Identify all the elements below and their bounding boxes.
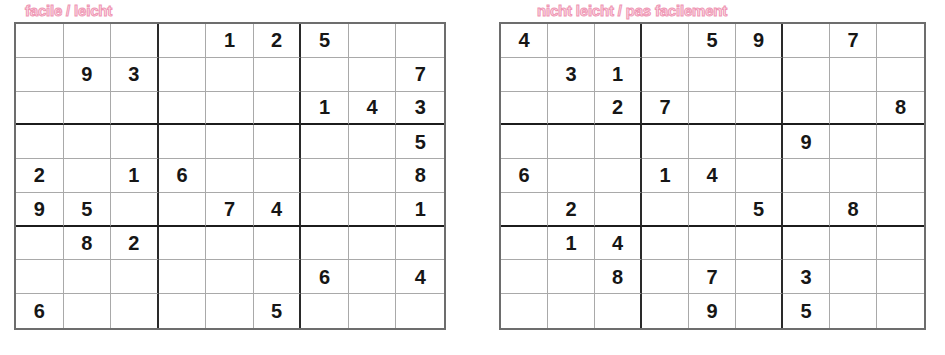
- cell-left-r4c7[interactable]: [301, 125, 349, 159]
- cell-left-r5c5[interactable]: [206, 159, 254, 193]
- puzzle-title-left: facile / leicht: [25, 2, 112, 19]
- cell-right-r8c5[interactable]: 7: [689, 260, 736, 294]
- cell-left-r8c9[interactable]: 4: [396, 260, 444, 294]
- cell-right-r4c2[interactable]: [548, 125, 595, 159]
- cell-right-r1c5[interactable]: 5: [689, 24, 736, 58]
- cell-left-r6c6[interactable]: 4: [254, 193, 302, 227]
- cell-right-r5c3[interactable]: [595, 159, 642, 193]
- cell-left-r4c8[interactable]: [349, 125, 397, 159]
- cell-right-r2c2[interactable]: 3: [548, 58, 595, 92]
- cell-left-r8c2[interactable]: [64, 260, 112, 294]
- cell-left-r1c9[interactable]: [396, 24, 444, 58]
- cell-left-r5c9[interactable]: 8: [396, 159, 444, 193]
- cell-right-r7c1[interactable]: [501, 227, 548, 261]
- cell-right-r5c8[interactable]: [830, 159, 877, 193]
- puzzle-title-right: nicht leicht / pas facilement: [537, 2, 727, 19]
- cell-left-r7c4[interactable]: [159, 227, 207, 261]
- cell-left-r2c8[interactable]: [349, 58, 397, 92]
- cell-left-r9c4[interactable]: [159, 294, 207, 328]
- cell-left-r6c1[interactable]: 9: [16, 193, 64, 227]
- cell-left-r3c3[interactable]: [111, 92, 159, 126]
- cell-left-r9c5[interactable]: [206, 294, 254, 328]
- cell-right-r2c8[interactable]: [830, 58, 877, 92]
- cell-left-r9c3[interactable]: [111, 294, 159, 328]
- cell-right-r4c3[interactable]: [595, 125, 642, 159]
- cell-left-r6c9[interactable]: 1: [396, 193, 444, 227]
- cell-left-r5c6[interactable]: [254, 159, 302, 193]
- cell-right-r9c7[interactable]: 5: [783, 294, 830, 328]
- cell-left-r7c6[interactable]: [254, 227, 302, 261]
- cell-right-r9c5[interactable]: 9: [689, 294, 736, 328]
- cell-right-r7c8[interactable]: [830, 227, 877, 261]
- cell-right-r5c2[interactable]: [548, 159, 595, 193]
- cell-left-r9c9[interactable]: [396, 294, 444, 328]
- cell-right-r7c3[interactable]: 4: [595, 227, 642, 261]
- cell-left-r3c6[interactable]: [254, 92, 302, 126]
- sudoku-grid-left: 1259371435216895741826465: [14, 22, 446, 330]
- cell-right-r3c1[interactable]: [501, 92, 548, 126]
- cell-right-r7c5[interactable]: [689, 227, 736, 261]
- cell-right-r8c6[interactable]: [736, 260, 783, 294]
- cell-right-r3c5[interactable]: [689, 92, 736, 126]
- cell-left-r5c1[interactable]: 2: [16, 159, 64, 193]
- cell-right-r7c4[interactable]: [642, 227, 689, 261]
- cell-right-r7c9[interactable]: [877, 227, 924, 261]
- cell-right-r6c2[interactable]: 2: [548, 193, 595, 227]
- cell-right-r3c6[interactable]: [736, 92, 783, 126]
- cell-left-r2c3[interactable]: 3: [111, 58, 159, 92]
- cell-right-r3c3[interactable]: 2: [595, 92, 642, 126]
- cell-right-r7c6[interactable]: [736, 227, 783, 261]
- cell-right-r6c8[interactable]: 8: [830, 193, 877, 227]
- cell-right-r6c6[interactable]: 5: [736, 193, 783, 227]
- cell-left-r9c1[interactable]: 6: [16, 294, 64, 328]
- cell-right-r2c3[interactable]: 1: [595, 58, 642, 92]
- cell-left-r3c2[interactable]: [64, 92, 112, 126]
- cell-left-r8c3[interactable]: [111, 260, 159, 294]
- cell-left-r1c1[interactable]: [16, 24, 64, 58]
- cell-left-r9c6[interactable]: 5: [254, 294, 302, 328]
- cell-left-r3c5[interactable]: [206, 92, 254, 126]
- cell-left-r5c3[interactable]: 1: [111, 159, 159, 193]
- cell-right-r5c5[interactable]: 4: [689, 159, 736, 193]
- cell-left-r7c5[interactable]: [206, 227, 254, 261]
- cell-right-r5c7[interactable]: [783, 159, 830, 193]
- cell-right-r1c1[interactable]: 4: [501, 24, 548, 58]
- cell-left-r4c3[interactable]: [111, 125, 159, 159]
- cell-left-r1c7[interactable]: 5: [301, 24, 349, 58]
- cell-left-r9c7[interactable]: [301, 294, 349, 328]
- cell-left-r8c1[interactable]: [16, 260, 64, 294]
- cell-right-r4c7[interactable]: 9: [783, 125, 830, 159]
- cell-right-r3c8[interactable]: [830, 92, 877, 126]
- cell-right-r9c1[interactable]: [501, 294, 548, 328]
- cell-left-r5c7[interactable]: [301, 159, 349, 193]
- cell-right-r5c6[interactable]: [736, 159, 783, 193]
- cell-right-r9c8[interactable]: [830, 294, 877, 328]
- cell-left-r9c8[interactable]: [349, 294, 397, 328]
- cell-right-r2c9[interactable]: [877, 58, 924, 92]
- cell-right-r3c4[interactable]: 7: [642, 92, 689, 126]
- cell-right-r7c2[interactable]: 1: [548, 227, 595, 261]
- cell-right-r6c7[interactable]: [783, 193, 830, 227]
- cell-right-r1c9[interactable]: [877, 24, 924, 58]
- cell-left-r6c5[interactable]: 7: [206, 193, 254, 227]
- cell-left-r3c1[interactable]: [16, 92, 64, 126]
- cell-left-r7c2[interactable]: 8: [64, 227, 112, 261]
- cell-left-r8c7[interactable]: 6: [301, 260, 349, 294]
- cell-right-r5c1[interactable]: 6: [501, 159, 548, 193]
- cell-left-r6c2[interactable]: 5: [64, 193, 112, 227]
- cell-right-r6c3[interactable]: [595, 193, 642, 227]
- cell-right-r4c6[interactable]: [736, 125, 783, 159]
- cell-right-r5c9[interactable]: [877, 159, 924, 193]
- cell-left-r2c7[interactable]: [301, 58, 349, 92]
- cell-left-r7c7[interactable]: [301, 227, 349, 261]
- cell-right-r9c9[interactable]: [877, 294, 924, 328]
- cell-left-r5c2[interactable]: [64, 159, 112, 193]
- cell-right-r9c4[interactable]: [642, 294, 689, 328]
- cell-left-r8c8[interactable]: [349, 260, 397, 294]
- cell-right-r6c4[interactable]: [642, 193, 689, 227]
- cell-right-r5c4[interactable]: 1: [642, 159, 689, 193]
- cell-left-r2c5[interactable]: [206, 58, 254, 92]
- cell-right-r1c4[interactable]: [642, 24, 689, 58]
- cell-left-r6c4[interactable]: [159, 193, 207, 227]
- cell-left-r3c9[interactable]: 3: [396, 92, 444, 126]
- cell-right-r8c2[interactable]: [548, 260, 595, 294]
- cell-left-r2c9[interactable]: 7: [396, 58, 444, 92]
- cell-left-r1c4[interactable]: [159, 24, 207, 58]
- cell-left-r1c5[interactable]: 1: [206, 24, 254, 58]
- cell-right-r8c3[interactable]: 8: [595, 260, 642, 294]
- cell-right-r9c3[interactable]: [595, 294, 642, 328]
- cell-right-r8c9[interactable]: [877, 260, 924, 294]
- cell-left-r4c9[interactable]: 5: [396, 125, 444, 159]
- cell-left-r5c4[interactable]: 6: [159, 159, 207, 193]
- cell-left-r6c7[interactable]: [301, 193, 349, 227]
- cell-right-r4c5[interactable]: [689, 125, 736, 159]
- cell-right-r3c7[interactable]: [783, 92, 830, 126]
- cell-right-r1c3[interactable]: [595, 24, 642, 58]
- cell-right-r4c8[interactable]: [830, 125, 877, 159]
- cell-left-r4c2[interactable]: [64, 125, 112, 159]
- cell-left-r7c1[interactable]: [16, 227, 64, 261]
- cell-right-r8c7[interactable]: 3: [783, 260, 830, 294]
- cell-left-r7c8[interactable]: [349, 227, 397, 261]
- cell-left-r3c8[interactable]: 4: [349, 92, 397, 126]
- cell-left-r2c4[interactable]: [159, 58, 207, 92]
- cell-right-r2c5[interactable]: [689, 58, 736, 92]
- cell-left-r9c2[interactable]: [64, 294, 112, 328]
- cell-left-r7c3[interactable]: 2: [111, 227, 159, 261]
- cell-right-r2c4[interactable]: [642, 58, 689, 92]
- cell-left-r6c3[interactable]: [111, 193, 159, 227]
- cell-right-r2c6[interactable]: [736, 58, 783, 92]
- cell-left-r3c4[interactable]: [159, 92, 207, 126]
- cell-right-r1c2[interactable]: [548, 24, 595, 58]
- cell-right-r4c9[interactable]: [877, 125, 924, 159]
- cell-left-r3c7[interactable]: 1: [301, 92, 349, 126]
- cell-left-r2c6[interactable]: [254, 58, 302, 92]
- cell-left-r8c6[interactable]: [254, 260, 302, 294]
- cell-left-r4c4[interactable]: [159, 125, 207, 159]
- cell-right-r6c9[interactable]: [877, 193, 924, 227]
- cell-left-r7c9[interactable]: [396, 227, 444, 261]
- cell-right-r1c6[interactable]: 9: [736, 24, 783, 58]
- cell-left-r6c8[interactable]: [349, 193, 397, 227]
- cell-right-r7c7[interactable]: [783, 227, 830, 261]
- cell-right-r8c4[interactable]: [642, 260, 689, 294]
- cell-right-r2c7[interactable]: [783, 58, 830, 92]
- cell-right-r9c6[interactable]: [736, 294, 783, 328]
- cell-right-r6c5[interactable]: [689, 193, 736, 227]
- cell-right-r8c8[interactable]: [830, 260, 877, 294]
- cell-left-r4c6[interactable]: [254, 125, 302, 159]
- cell-right-r2c1[interactable]: [501, 58, 548, 92]
- cell-left-r5c8[interactable]: [349, 159, 397, 193]
- cell-left-r4c5[interactable]: [206, 125, 254, 159]
- page: facile / leicht nicht leicht / pas facil…: [0, 0, 945, 355]
- cell-right-r4c4[interactable]: [642, 125, 689, 159]
- cell-right-r3c9[interactable]: 8: [877, 92, 924, 126]
- cell-left-r1c6[interactable]: 2: [254, 24, 302, 58]
- cell-right-r1c8[interactable]: 7: [830, 24, 877, 58]
- cell-right-r3c2[interactable]: [548, 92, 595, 126]
- cell-right-r8c1[interactable]: [501, 260, 548, 294]
- cell-left-r4c1[interactable]: [16, 125, 64, 159]
- cell-left-r8c5[interactable]: [206, 260, 254, 294]
- sudoku-grid-right: 45973127896142581487395: [499, 22, 926, 330]
- cell-left-r1c8[interactable]: [349, 24, 397, 58]
- cell-right-r9c2[interactable]: [548, 294, 595, 328]
- cell-left-r1c2[interactable]: [64, 24, 112, 58]
- cell-right-r6c1[interactable]: [501, 193, 548, 227]
- cell-left-r1c3[interactable]: [111, 24, 159, 58]
- cell-right-r1c7[interactable]: [783, 24, 830, 58]
- cell-left-r8c4[interactable]: [159, 260, 207, 294]
- cell-left-r2c2[interactable]: 9: [64, 58, 112, 92]
- cell-right-r4c1[interactable]: [501, 125, 548, 159]
- cell-left-r2c1[interactable]: [16, 58, 64, 92]
